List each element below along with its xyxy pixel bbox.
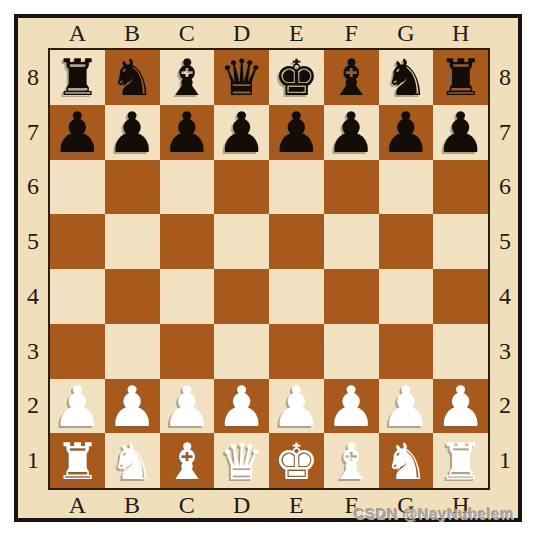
piece-white-pawn: ♟	[381, 380, 431, 434]
square-e1[interactable]: ♚	[269, 433, 324, 488]
square-e2[interactable]: ♟	[269, 379, 324, 434]
square-g6[interactable]	[379, 160, 434, 215]
piece-black-pawn: ♟	[381, 106, 431, 160]
square-b3[interactable]	[105, 324, 160, 379]
square-e6[interactable]	[269, 160, 324, 215]
piece-black-pawn: ♟	[107, 106, 157, 160]
piece-black-rook: ♜	[438, 51, 483, 105]
square-c5[interactable]	[160, 214, 215, 269]
square-g2[interactable]: ♟	[379, 379, 434, 434]
square-f3[interactable]	[324, 324, 379, 379]
piece-black-king: ♚	[274, 51, 319, 105]
square-e3[interactable]	[269, 324, 324, 379]
watermark: CSDN @NayNuhelem	[354, 505, 514, 522]
square-a7[interactable]: ♟	[50, 105, 105, 160]
square-c7[interactable]: ♟	[160, 105, 215, 160]
file-labels-top: ABCDEFGH	[50, 18, 488, 48]
square-a8[interactable]: ♜	[50, 50, 105, 105]
piece-black-knight: ♞	[383, 51, 428, 105]
square-f1[interactable]: ♝	[324, 433, 379, 488]
square-f4[interactable]	[324, 269, 379, 324]
rank-label-4: 4	[18, 269, 48, 324]
file-label-b: B	[105, 490, 160, 520]
square-g5[interactable]	[379, 214, 434, 269]
board-grid: ♜♞♝♛♚♝♞♜♟♟♟♟♟♟♟♟♟♟♟♟♟♟♟♟♜♞♝♛♚♝♞♜	[48, 48, 490, 490]
square-e7[interactable]: ♟	[269, 105, 324, 160]
file-label-d: D	[214, 18, 269, 48]
square-b2[interactable]: ♟	[105, 379, 160, 434]
rank-labels-right: 87654321	[490, 50, 520, 488]
piece-white-queen: ♛	[219, 435, 264, 489]
rank-label-3: 3	[490, 324, 520, 379]
piece-black-pawn: ♟	[436, 106, 486, 160]
square-b8[interactable]: ♞	[105, 50, 160, 105]
file-label-c: C	[160, 490, 215, 520]
rank-label-2: 2	[18, 379, 48, 434]
piece-black-pawn: ♟	[271, 106, 321, 160]
square-h1[interactable]: ♜	[433, 433, 488, 488]
square-b4[interactable]	[105, 269, 160, 324]
square-h3[interactable]	[433, 324, 488, 379]
square-d5[interactable]	[214, 214, 269, 269]
piece-white-pawn: ♟	[217, 380, 267, 434]
square-g1[interactable]: ♞	[379, 433, 434, 488]
piece-white-bishop: ♝	[329, 435, 374, 489]
rank-label-1: 1	[18, 433, 48, 488]
square-a4[interactable]	[50, 269, 105, 324]
file-label-f: F	[324, 18, 379, 48]
rank-label-7: 7	[490, 105, 520, 160]
square-f6[interactable]	[324, 160, 379, 215]
square-c1[interactable]: ♝	[160, 433, 215, 488]
piece-black-bishop: ♝	[329, 51, 374, 105]
square-g7[interactable]: ♟	[379, 105, 434, 160]
file-label-c: C	[160, 18, 215, 48]
piece-white-pawn: ♟	[162, 380, 212, 434]
square-d7[interactable]: ♟	[214, 105, 269, 160]
rank-label-2: 2	[490, 379, 520, 434]
square-h7[interactable]: ♟	[433, 105, 488, 160]
square-g4[interactable]	[379, 269, 434, 324]
rank-label-6: 6	[490, 160, 520, 215]
file-label-b: B	[105, 18, 160, 48]
square-a3[interactable]	[50, 324, 105, 379]
piece-black-bishop: ♝	[164, 51, 209, 105]
piece-white-pawn: ♟	[107, 380, 157, 434]
piece-white-rook: ♜	[55, 435, 100, 489]
piece-black-queen: ♛	[219, 51, 264, 105]
square-a2[interactable]: ♟	[50, 379, 105, 434]
square-e8[interactable]: ♚	[269, 50, 324, 105]
square-h5[interactable]	[433, 214, 488, 269]
file-label-g: G	[379, 18, 434, 48]
rank-labels-left: 87654321	[18, 50, 48, 488]
square-g3[interactable]	[379, 324, 434, 379]
file-label-e: E	[269, 18, 324, 48]
square-c2[interactable]: ♟	[160, 379, 215, 434]
square-g8[interactable]: ♞	[379, 50, 434, 105]
piece-black-pawn: ♟	[326, 106, 376, 160]
square-d4[interactable]	[214, 269, 269, 324]
square-h6[interactable]	[433, 160, 488, 215]
square-e5[interactable]	[269, 214, 324, 269]
rank-label-8: 8	[18, 50, 48, 105]
file-label-d: D	[214, 490, 269, 520]
piece-white-pawn: ♟	[271, 380, 321, 434]
square-b7[interactable]: ♟	[105, 105, 160, 160]
piece-white-knight: ♞	[383, 435, 428, 489]
square-h4[interactable]	[433, 269, 488, 324]
square-d1[interactable]: ♛	[214, 433, 269, 488]
file-label-a: A	[50, 490, 105, 520]
file-label-e: E	[269, 490, 324, 520]
square-c3[interactable]	[160, 324, 215, 379]
square-f2[interactable]: ♟	[324, 379, 379, 434]
rank-label-8: 8	[490, 50, 520, 105]
square-a6[interactable]	[50, 160, 105, 215]
piece-black-pawn: ♟	[52, 106, 102, 160]
rank-label-7: 7	[18, 105, 48, 160]
piece-white-knight: ♞	[110, 435, 155, 489]
rank-label-5: 5	[490, 214, 520, 269]
rank-label-4: 4	[490, 269, 520, 324]
square-f5[interactable]	[324, 214, 379, 269]
file-label-h: H	[433, 18, 488, 48]
square-a1[interactable]: ♜	[50, 433, 105, 488]
piece-black-rook: ♜	[55, 51, 100, 105]
rank-label-5: 5	[18, 214, 48, 269]
chessboard-diagram: ABCDEFGH ABCDEFGH 87654321 87654321 ♜♞♝♛…	[0, 0, 536, 536]
square-e4[interactable]	[269, 269, 324, 324]
square-d3[interactable]	[214, 324, 269, 379]
piece-white-pawn: ♟	[52, 380, 102, 434]
square-d6[interactable]	[214, 160, 269, 215]
square-h2[interactable]: ♟	[433, 379, 488, 434]
square-b6[interactable]	[105, 160, 160, 215]
square-f7[interactable]: ♟	[324, 105, 379, 160]
rank-label-6: 6	[18, 160, 48, 215]
file-label-a: A	[50, 18, 105, 48]
rank-label-3: 3	[18, 324, 48, 379]
square-f8[interactable]: ♝	[324, 50, 379, 105]
piece-white-bishop: ♝	[164, 435, 209, 489]
piece-white-pawn: ♟	[436, 380, 486, 434]
piece-black-pawn: ♟	[217, 106, 267, 160]
square-d2[interactable]: ♟	[214, 379, 269, 434]
square-c8[interactable]: ♝	[160, 50, 215, 105]
square-c6[interactable]	[160, 160, 215, 215]
piece-black-pawn: ♟	[162, 106, 212, 160]
square-h8[interactable]: ♜	[433, 50, 488, 105]
square-a5[interactable]	[50, 214, 105, 269]
square-c4[interactable]	[160, 269, 215, 324]
piece-black-knight: ♞	[110, 51, 155, 105]
square-b1[interactable]: ♞	[105, 433, 160, 488]
piece-white-pawn: ♟	[326, 380, 376, 434]
square-b5[interactable]	[105, 214, 160, 269]
square-d8[interactable]: ♛	[214, 50, 269, 105]
rank-label-1: 1	[490, 433, 520, 488]
piece-white-king: ♚	[274, 435, 319, 489]
piece-white-rook: ♜	[438, 435, 483, 489]
